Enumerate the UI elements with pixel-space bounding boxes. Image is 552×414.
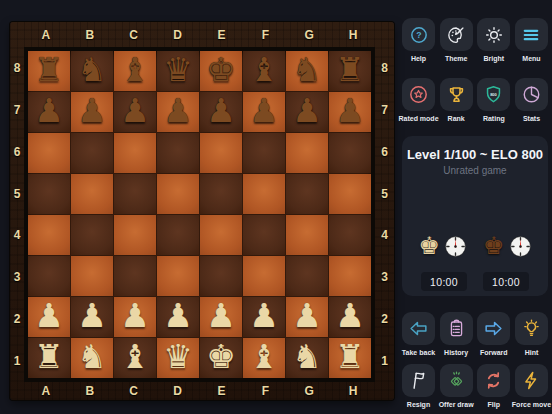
piece-black-pawn[interactable]: ♟ <box>77 94 107 127</box>
square-b3[interactable] <box>71 256 113 296</box>
white-clock-icon <box>444 235 467 258</box>
piece-white-pawn[interactable]: ♟ <box>34 299 64 332</box>
rank-label-2: 2 <box>375 298 394 340</box>
rating-label: Rating <box>483 115 505 122</box>
shield-icon: 800 <box>483 84 504 105</box>
square-h8[interactable]: ♜ <box>329 51 371 91</box>
rank-label-3: 3 <box>375 256 394 298</box>
piece-white-pawn[interactable]: ♟ <box>120 299 150 332</box>
piece-white-knight[interactable]: ♞ <box>292 340 322 373</box>
arrow-right-icon <box>483 318 504 339</box>
piece-white-queen[interactable]: ♛ <box>163 340 193 373</box>
file-label-e: E <box>200 382 244 400</box>
action-button-row: Resign Offer draw <box>402 364 548 408</box>
square-e2[interactable]: ♟ <box>200 297 242 337</box>
piece-white-rook[interactable]: ♜ <box>34 340 64 373</box>
square-h1[interactable]: ♜ <box>329 338 371 378</box>
square-d7[interactable]: ♟ <box>157 92 199 132</box>
square-a6[interactable] <box>28 133 70 173</box>
square-c5[interactable] <box>114 174 156 214</box>
rating-badge-value: 800 <box>490 92 497 97</box>
file-label-e: E <box>200 22 244 47</box>
force-move-label: Force move <box>512 401 551 408</box>
white-king-icon: ♚ <box>418 234 440 258</box>
square-d6[interactable] <box>157 133 199 173</box>
navigation-button-row: Take back History <box>402 312 548 356</box>
forward-label: Forward <box>480 349 508 356</box>
rank-label-7: 7 <box>10 89 24 131</box>
take-back-button[interactable]: Take back <box>402 312 435 356</box>
square-a1[interactable]: ♜ <box>28 338 70 378</box>
piece-black-pawn[interactable]: ♟ <box>292 94 322 127</box>
rank-labels-left: 87654321 <box>10 47 24 382</box>
file-label-f: F <box>243 382 287 400</box>
square-e3[interactable] <box>200 256 242 296</box>
clipboard-icon <box>446 318 467 339</box>
square-g3[interactable] <box>286 256 328 296</box>
rated-mode-button-box[interactable] <box>402 78 435 111</box>
piece-black-pawn[interactable]: ♟ <box>163 94 193 127</box>
piece-white-bishop[interactable]: ♝ <box>249 340 279 373</box>
rating-button-box[interactable]: 800 <box>477 78 510 111</box>
rated-mode-label: Rated mode <box>398 115 438 122</box>
arrow-left-icon <box>408 318 429 339</box>
help-button[interactable]: ? Help <box>402 18 435 62</box>
rank-label-5: 5 <box>375 173 394 215</box>
hint-button-box[interactable] <box>515 312 548 345</box>
menu-button-box[interactable] <box>515 18 548 51</box>
clocks-row: ♚ ♚ <box>402 234 548 258</box>
square-c6[interactable] <box>114 133 156 173</box>
piece-white-pawn[interactable]: ♟ <box>249 299 279 332</box>
rank-label-1: 1 <box>375 340 394 382</box>
piece-black-rook[interactable]: ♜ <box>335 53 365 86</box>
rotate-icon <box>483 370 504 391</box>
flip-button[interactable]: Flip <box>477 364 510 408</box>
rank-label-6: 6 <box>375 131 394 173</box>
flip-label: Flip <box>488 401 500 408</box>
square-d8[interactable]: ♛ <box>157 51 199 91</box>
square-a7[interactable]: ♟ <box>28 92 70 132</box>
square-d2[interactable]: ♟ <box>157 297 199 337</box>
rank-label: Rank <box>448 115 465 122</box>
forward-button-box[interactable] <box>477 312 510 345</box>
history-button[interactable]: History <box>440 312 473 356</box>
star-circle-icon <box>408 84 429 105</box>
piece-black-queen[interactable]: ♛ <box>163 53 193 86</box>
piece-white-bishop[interactable]: ♝ <box>120 340 150 373</box>
rank-label-1: 1 <box>10 340 24 382</box>
menu-button[interactable]: Menu <box>515 18 548 62</box>
rating-button-row: Rated mode Rank <box>402 78 548 122</box>
hamburger-menu-icon <box>521 25 541 45</box>
bright-button-box[interactable] <box>477 18 510 51</box>
square-g8[interactable]: ♞ <box>286 51 328 91</box>
file-label-h: H <box>331 22 375 47</box>
file-label-a: A <box>24 382 68 400</box>
piece-black-pawn[interactable]: ♟ <box>206 94 236 127</box>
take-back-label: Take back <box>402 349 435 356</box>
square-b4[interactable] <box>71 215 113 255</box>
flip-button-box[interactable] <box>477 364 510 397</box>
piece-white-pawn[interactable]: ♟ <box>206 299 236 332</box>
clock-times-row: 10:00 10:00 <box>402 272 548 291</box>
file-label-h: H <box>331 382 375 400</box>
square-a8[interactable]: ♜ <box>28 51 70 91</box>
square-e6[interactable] <box>200 133 242 173</box>
piece-black-pawn[interactable]: ♟ <box>335 94 365 127</box>
white-clock-group: ♚ <box>418 234 467 258</box>
bright-label: Bright <box>484 55 505 62</box>
rating-button[interactable]: 800 Rating <box>477 78 510 122</box>
offer-draw-button[interactable]: Offer draw <box>440 364 473 408</box>
resign-button[interactable]: Resign <box>402 364 435 408</box>
piece-black-knight[interactable]: ♞ <box>77 53 107 86</box>
lightning-icon <box>521 370 542 391</box>
handshake-icon <box>446 370 467 391</box>
menu-label: Menu <box>522 55 540 62</box>
square-c3[interactable] <box>114 256 156 296</box>
square-f3[interactable] <box>243 256 285 296</box>
rank-label-4: 4 <box>375 215 394 257</box>
flag-icon <box>408 370 429 391</box>
square-b8[interactable]: ♞ <box>71 51 113 91</box>
square-f2[interactable]: ♟ <box>243 297 285 337</box>
status-card: Level 1/100 ~ ELO 800 Unrated game ♚ ♚ <box>402 136 548 296</box>
piece-white-rook[interactable]: ♜ <box>335 340 365 373</box>
black-clock-icon <box>509 235 532 258</box>
piece-white-pawn[interactable]: ♟ <box>163 299 193 332</box>
trophy-icon <box>446 84 467 105</box>
pie-chart-icon <box>521 84 542 105</box>
square-b5[interactable] <box>71 174 113 214</box>
resign-button-box[interactable] <box>402 364 435 397</box>
square-b7[interactable]: ♟ <box>71 92 113 132</box>
square-h5[interactable] <box>329 174 371 214</box>
square-h7[interactable]: ♟ <box>329 92 371 132</box>
square-h6[interactable] <box>329 133 371 173</box>
square-g1[interactable]: ♞ <box>286 338 328 378</box>
piece-white-pawn[interactable]: ♟ <box>77 299 107 332</box>
piece-white-knight[interactable]: ♞ <box>77 340 107 373</box>
chess-board: ABCDEFGH ABCDEFGH 87654321 87654321 ♜♞♝♛… <box>10 22 394 400</box>
square-g6[interactable] <box>286 133 328 173</box>
lightbulb-icon <box>521 318 542 339</box>
square-h2[interactable]: ♟ <box>329 297 371 337</box>
palette-icon <box>446 25 466 45</box>
square-h4[interactable] <box>329 215 371 255</box>
file-label-d: D <box>156 22 200 47</box>
square-b2[interactable]: ♟ <box>71 297 113 337</box>
piece-white-pawn[interactable]: ♟ <box>335 299 365 332</box>
rank-label-4: 4 <box>10 215 24 257</box>
theme-button-box[interactable] <box>440 18 473 51</box>
black-clock-group: ♚ <box>483 234 532 258</box>
white-clock-time: 10:00 <box>421 272 467 291</box>
side-panel: ? Help Theme <box>402 0 548 414</box>
stats-label: Stats <box>523 115 540 122</box>
file-label-f: F <box>243 22 287 47</box>
square-d4[interactable] <box>157 215 199 255</box>
square-c8[interactable]: ♝ <box>114 51 156 91</box>
stats-button[interactable]: Stats <box>515 78 548 122</box>
square-g2[interactable]: ♟ <box>286 297 328 337</box>
square-g5[interactable] <box>286 174 328 214</box>
square-a2[interactable]: ♟ <box>28 297 70 337</box>
rated-mode-button[interactable]: Rated mode <box>402 78 435 122</box>
svg-text:?: ? <box>416 30 421 40</box>
piece-black-pawn[interactable]: ♟ <box>249 94 279 127</box>
rank-label-2: 2 <box>10 298 24 340</box>
square-c1[interactable]: ♝ <box>114 338 156 378</box>
square-c2[interactable]: ♟ <box>114 297 156 337</box>
theme-label: Theme <box>445 55 468 62</box>
square-f7[interactable]: ♟ <box>243 92 285 132</box>
square-d3[interactable] <box>157 256 199 296</box>
square-h3[interactable] <box>329 256 371 296</box>
file-labels-top: ABCDEFGH <box>24 22 375 47</box>
square-f4[interactable] <box>243 215 285 255</box>
square-a5[interactable] <box>28 174 70 214</box>
square-e5[interactable] <box>200 174 242 214</box>
rank-label-8: 8 <box>375 47 394 89</box>
square-e8[interactable]: ♚ <box>200 51 242 91</box>
top-button-row: ? Help Theme <box>402 18 548 62</box>
file-label-c: C <box>112 22 156 47</box>
piece-white-pawn[interactable]: ♟ <box>292 299 322 332</box>
rank-label-6: 6 <box>10 131 24 173</box>
piece-white-king[interactable]: ♚ <box>206 340 236 373</box>
resign-label: Resign <box>407 401 430 408</box>
square-f5[interactable] <box>243 174 285 214</box>
rank-label-7: 7 <box>375 89 394 131</box>
level-title: Level 1/100 ~ ELO 800 <box>402 147 548 162</box>
square-e4[interactable] <box>200 215 242 255</box>
black-clock-time: 10:00 <box>483 272 529 291</box>
square-e7[interactable]: ♟ <box>200 92 242 132</box>
hint-button[interactable]: Hint <box>515 312 548 356</box>
rank-label-5: 5 <box>10 173 24 215</box>
piece-black-knight[interactable]: ♞ <box>292 53 322 86</box>
rank-button-box[interactable] <box>440 78 473 111</box>
help-label: Help <box>411 55 426 62</box>
help-button-box[interactable]: ? <box>402 18 435 51</box>
piece-black-rook[interactable]: ♜ <box>34 53 64 86</box>
piece-black-pawn[interactable]: ♟ <box>34 94 64 127</box>
sun-icon <box>484 25 504 45</box>
black-king-icon: ♚ <box>483 234 505 258</box>
square-a4[interactable] <box>28 215 70 255</box>
piece-black-pawn[interactable]: ♟ <box>120 94 150 127</box>
square-f6[interactable] <box>243 133 285 173</box>
history-label: History <box>444 349 468 356</box>
bright-button[interactable]: Bright <box>477 18 510 62</box>
file-label-d: D <box>156 382 200 400</box>
file-label-b: B <box>68 382 112 400</box>
game-type-label: Unrated game <box>402 165 548 176</box>
offer-draw-button-box[interactable] <box>440 364 473 397</box>
theme-button[interactable]: Theme <box>440 18 473 62</box>
chess-app: ABCDEFGH ABCDEFGH 87654321 87654321 ♜♞♝♛… <box>0 0 552 414</box>
piece-black-bishop[interactable]: ♝ <box>120 53 150 86</box>
rank-labels-right: 87654321 <box>375 47 394 382</box>
piece-black-bishop[interactable]: ♝ <box>249 53 279 86</box>
file-labels-bottom: ABCDEFGH <box>24 382 375 400</box>
file-label-g: G <box>287 382 331 400</box>
file-label-b: B <box>68 22 112 47</box>
square-d1[interactable]: ♛ <box>157 338 199 378</box>
stats-button-box[interactable] <box>515 78 548 111</box>
history-button-box[interactable] <box>440 312 473 345</box>
force-move-button-box[interactable] <box>515 364 548 397</box>
forward-button[interactable]: Forward <box>477 312 510 356</box>
square-a3[interactable] <box>28 256 70 296</box>
take-back-button-box[interactable] <box>402 312 435 345</box>
piece-black-king[interactable]: ♚ <box>206 53 236 86</box>
rank-label-8: 8 <box>10 47 24 89</box>
square-b6[interactable] <box>71 133 113 173</box>
square-f8[interactable]: ♝ <box>243 51 285 91</box>
file-label-c: C <box>112 382 156 400</box>
board-squares: ♜♞♝♛♚♝♞♜♟♟♟♟♟♟♟♟♟♟♟♟♟♟♟♟♜♞♝♛♚♝♞♜ <box>24 47 375 382</box>
offer-draw-label: Offer draw <box>439 401 474 408</box>
square-c4[interactable] <box>114 215 156 255</box>
help-circle-icon: ? <box>409 25 429 45</box>
square-f1[interactable]: ♝ <box>243 338 285 378</box>
file-label-a: A <box>24 22 68 47</box>
rank-button[interactable]: Rank <box>440 78 473 122</box>
force-move-button[interactable]: Force move <box>515 364 548 408</box>
square-g4[interactable] <box>286 215 328 255</box>
square-e1[interactable]: ♚ <box>200 338 242 378</box>
square-g7[interactable]: ♟ <box>286 92 328 132</box>
file-label-g: G <box>287 22 331 47</box>
square-d5[interactable] <box>157 174 199 214</box>
rank-label-3: 3 <box>10 256 24 298</box>
hint-label: Hint <box>525 349 539 356</box>
square-c7[interactable]: ♟ <box>114 92 156 132</box>
square-b1[interactable]: ♞ <box>71 338 113 378</box>
